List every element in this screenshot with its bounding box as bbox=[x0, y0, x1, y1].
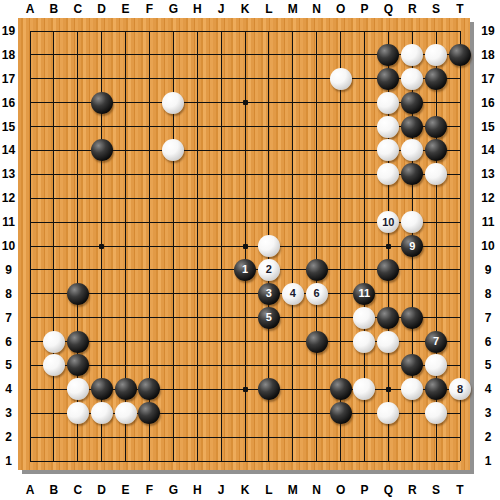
coord-label-right-1: 1 bbox=[477, 452, 499, 470]
coord-label-left-5: 5 bbox=[0, 356, 17, 374]
coord-label-left-11: 11 bbox=[0, 213, 17, 231]
coord-label-left-16: 16 bbox=[0, 94, 17, 112]
move-number-5: 5 bbox=[266, 312, 272, 323]
stone-black-Q7[interactable] bbox=[377, 307, 399, 329]
stone-black-C6[interactable] bbox=[67, 331, 89, 353]
move-number-10: 10 bbox=[382, 217, 394, 228]
coord-label-right-12: 12 bbox=[477, 189, 499, 207]
coord-label-bottom-J: J bbox=[210, 481, 232, 499]
coord-label-top-G: G bbox=[162, 0, 184, 18]
stone-white-P7[interactable] bbox=[353, 307, 375, 329]
star-point-K16 bbox=[243, 100, 248, 105]
coord-label-bottom-N: N bbox=[306, 481, 328, 499]
stone-black-O4[interactable] bbox=[330, 378, 352, 400]
coord-label-bottom-F: F bbox=[138, 481, 160, 499]
move-number-3: 3 bbox=[266, 288, 272, 299]
coord-label-left-15: 15 bbox=[0, 118, 17, 136]
coord-label-left-6: 6 bbox=[0, 333, 17, 351]
move-number-2: 2 bbox=[266, 264, 272, 275]
stone-black-N9[interactable] bbox=[306, 259, 328, 281]
star-point-D10 bbox=[99, 244, 104, 249]
coord-label-top-M: M bbox=[282, 0, 304, 18]
stone-white-Q16[interactable] bbox=[377, 92, 399, 114]
stone-black-D4[interactable] bbox=[91, 378, 113, 400]
stone-black-R16[interactable] bbox=[401, 92, 423, 114]
coord-label-top-P: P bbox=[353, 0, 375, 18]
coord-label-right-14: 14 bbox=[477, 141, 499, 159]
move-number-6: 6 bbox=[314, 288, 320, 299]
grid-line-horizontal bbox=[30, 293, 460, 294]
coord-label-right-17: 17 bbox=[477, 70, 499, 88]
coord-label-top-L: L bbox=[258, 0, 280, 18]
stone-white-D3[interactable] bbox=[91, 402, 113, 424]
stone-black-R15[interactable] bbox=[401, 116, 423, 138]
coord-label-top-J: J bbox=[210, 0, 232, 18]
coord-label-bottom-P: P bbox=[353, 481, 375, 499]
coord-label-top-E: E bbox=[115, 0, 137, 18]
stone-black-O3[interactable] bbox=[330, 402, 352, 424]
coord-label-left-7: 7 bbox=[0, 309, 17, 327]
move-number-11: 11 bbox=[359, 288, 371, 299]
stone-black-Q17[interactable] bbox=[377, 68, 399, 90]
stone-black-C8[interactable] bbox=[67, 283, 89, 305]
coord-label-top-S: S bbox=[425, 0, 447, 18]
move-number-4: 4 bbox=[290, 288, 296, 299]
star-point-K10 bbox=[243, 244, 248, 249]
coord-label-right-19: 19 bbox=[477, 22, 499, 40]
stone-white-C3[interactable] bbox=[67, 402, 89, 424]
go-board-app: ABCDEFGHJKLMNOPQRST ABCDEFGHJKLMNOPQRST … bbox=[0, 0, 500, 500]
stone-black-S15[interactable] bbox=[425, 116, 447, 138]
coord-label-right-2: 2 bbox=[477, 428, 499, 446]
coord-label-right-16: 16 bbox=[477, 94, 499, 112]
move-number-9: 9 bbox=[409, 241, 415, 252]
coord-label-top-H: H bbox=[186, 0, 208, 18]
coord-label-top-Q: Q bbox=[377, 0, 399, 18]
stone-black-L8[interactable]: 3 bbox=[258, 283, 280, 305]
stone-white-L9[interactable]: 2 bbox=[258, 259, 280, 281]
coord-label-top-N: N bbox=[306, 0, 328, 18]
coord-label-top-A: A bbox=[19, 0, 41, 18]
move-number-7: 7 bbox=[433, 336, 439, 347]
coord-label-left-10: 10 bbox=[0, 237, 17, 255]
coord-label-top-R: R bbox=[401, 0, 423, 18]
stone-white-P6[interactable] bbox=[353, 331, 375, 353]
coord-label-bottom-B: B bbox=[43, 481, 65, 499]
coord-label-right-3: 3 bbox=[477, 404, 499, 422]
stone-white-O17[interactable] bbox=[330, 68, 352, 90]
stone-white-C4[interactable] bbox=[67, 378, 89, 400]
stone-white-R17[interactable] bbox=[401, 68, 423, 90]
coord-label-top-C: C bbox=[67, 0, 89, 18]
coord-label-top-T: T bbox=[449, 0, 471, 18]
coord-label-bottom-Q: Q bbox=[377, 481, 399, 499]
stone-black-D14[interactable] bbox=[91, 139, 113, 161]
coord-label-top-K: K bbox=[234, 0, 256, 18]
coord-label-left-4: 4 bbox=[0, 380, 17, 398]
grid-line-horizontal bbox=[30, 365, 460, 366]
coord-label-left-3: 3 bbox=[0, 404, 17, 422]
move-number-1: 1 bbox=[242, 264, 248, 275]
grid-line-horizontal bbox=[30, 437, 460, 438]
star-point-K4 bbox=[243, 387, 248, 392]
stone-white-E3[interactable] bbox=[115, 402, 137, 424]
coord-label-bottom-M: M bbox=[282, 481, 304, 499]
coord-label-bottom-T: T bbox=[449, 481, 471, 499]
coord-label-top-F: F bbox=[138, 0, 160, 18]
coord-label-right-15: 15 bbox=[477, 118, 499, 136]
coord-label-right-11: 11 bbox=[477, 213, 499, 231]
stone-black-E4[interactable] bbox=[115, 378, 137, 400]
stone-black-T18[interactable] bbox=[449, 44, 471, 66]
coord-label-bottom-G: G bbox=[162, 481, 184, 499]
coord-label-top-O: O bbox=[330, 0, 352, 18]
coord-label-left-13: 13 bbox=[0, 165, 17, 183]
coord-label-left-17: 17 bbox=[0, 70, 17, 88]
stone-black-R7[interactable] bbox=[401, 307, 423, 329]
stone-black-D16[interactable] bbox=[91, 92, 113, 114]
stone-white-M8[interactable]: 4 bbox=[282, 283, 304, 305]
stone-white-L10[interactable] bbox=[258, 235, 280, 257]
coord-label-bottom-O: O bbox=[330, 481, 352, 499]
stone-white-S18[interactable] bbox=[425, 44, 447, 66]
coord-label-right-7: 7 bbox=[477, 309, 499, 327]
grid-line-vertical bbox=[316, 31, 317, 461]
coord-label-bottom-H: H bbox=[186, 481, 208, 499]
coord-label-bottom-L: L bbox=[258, 481, 280, 499]
coord-label-right-6: 6 bbox=[477, 333, 499, 351]
coord-label-bottom-R: R bbox=[401, 481, 423, 499]
coord-label-right-5: 5 bbox=[477, 356, 499, 374]
coord-label-right-8: 8 bbox=[477, 285, 499, 303]
stone-black-S17[interactable] bbox=[425, 68, 447, 90]
coord-label-right-9: 9 bbox=[477, 261, 499, 279]
grid-line-vertical bbox=[292, 31, 293, 461]
coord-label-left-2: 2 bbox=[0, 428, 17, 446]
coord-label-bottom-K: K bbox=[234, 481, 256, 499]
grid-line-horizontal bbox=[30, 461, 460, 462]
coord-label-bottom-C: C bbox=[67, 481, 89, 499]
coord-label-right-4: 4 bbox=[477, 380, 499, 398]
coord-label-right-18: 18 bbox=[477, 46, 499, 64]
coord-label-top-D: D bbox=[91, 0, 113, 18]
move-number-8: 8 bbox=[457, 384, 463, 395]
stone-white-Q15[interactable] bbox=[377, 116, 399, 138]
stone-white-G16[interactable] bbox=[162, 92, 184, 114]
stone-black-S6[interactable]: 7 bbox=[425, 331, 447, 353]
stone-black-K9[interactable]: 1 bbox=[234, 259, 256, 281]
coord-label-right-10: 10 bbox=[477, 237, 499, 255]
coord-label-left-1: 1 bbox=[0, 452, 17, 470]
coord-label-left-8: 8 bbox=[0, 285, 17, 303]
coord-label-right-13: 13 bbox=[477, 165, 499, 183]
coord-label-left-19: 19 bbox=[0, 22, 17, 40]
stone-black-N6[interactable] bbox=[306, 331, 328, 353]
coord-label-bottom-S: S bbox=[425, 481, 447, 499]
coord-label-bottom-E: E bbox=[115, 481, 137, 499]
stone-white-Q6[interactable] bbox=[377, 331, 399, 353]
coord-label-left-14: 14 bbox=[0, 141, 17, 159]
stone-white-B6[interactable] bbox=[43, 331, 65, 353]
coord-label-left-9: 9 bbox=[0, 261, 17, 279]
stone-white-N8[interactable]: 6 bbox=[306, 283, 328, 305]
coord-label-top-B: B bbox=[43, 0, 65, 18]
coord-label-bottom-D: D bbox=[91, 481, 113, 499]
stone-white-R18[interactable] bbox=[401, 44, 423, 66]
coord-label-left-18: 18 bbox=[0, 46, 17, 64]
star-point-Q10 bbox=[386, 244, 391, 249]
coord-label-bottom-A: A bbox=[19, 481, 41, 499]
star-point-Q4 bbox=[386, 387, 391, 392]
coord-label-left-12: 12 bbox=[0, 189, 17, 207]
stone-black-L7[interactable]: 5 bbox=[258, 307, 280, 329]
